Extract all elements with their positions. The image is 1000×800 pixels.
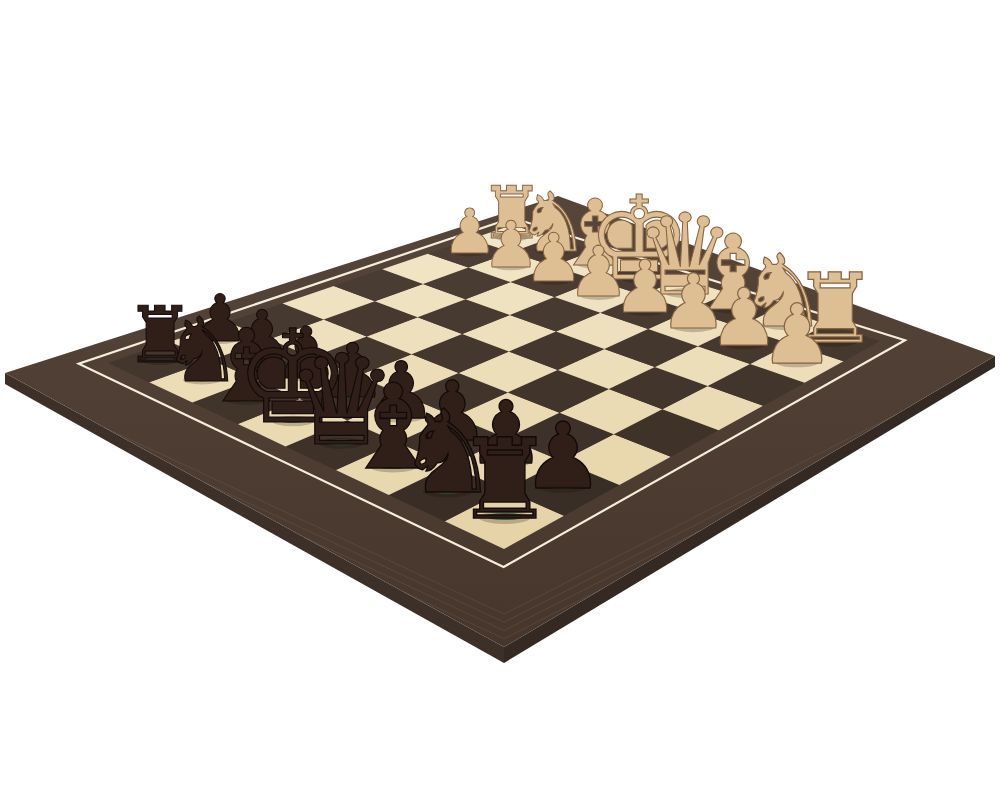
chess-board-scene: ♜♞♟♝♟♚♟♛♟♝♟♞♟♟♜♟♟♜♟♟♞♟♝♟♚♟♛♟♝♟♞♜ [0, 0, 1000, 800]
piece-black-rook-a8: ♜ [455, 415, 555, 544]
black-rook-glyph: ♜ [455, 415, 555, 544]
piece-white-pawn-a2: ♟ [760, 286, 834, 383]
white-pawn-glyph: ♟ [760, 286, 834, 383]
chess-set-photo: ♜♞♟♝♟♚♟♛♟♝♟♞♟♟♜♟♟♜♟♟♞♟♝♟♚♟♛♟♝♟♞♜ [0, 0, 1000, 800]
